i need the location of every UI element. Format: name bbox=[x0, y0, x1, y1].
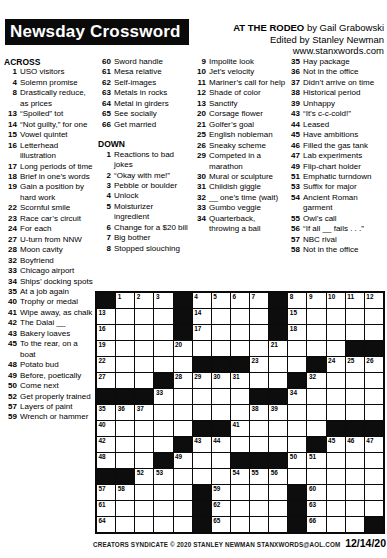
across-clue-1: 1USO visitors bbox=[4, 67, 94, 77]
cell-r1c13[interactable]: 10 bbox=[327, 293, 345, 308]
clue-number: 26 bbox=[193, 141, 209, 151]
down-clue-5: 5Moisturizer ingredient bbox=[98, 202, 190, 223]
cell-r10c1[interactable]: 42 bbox=[97, 437, 115, 452]
cell-r14c7[interactable]: 62 bbox=[212, 501, 230, 516]
cell-r12c7[interactable] bbox=[212, 469, 230, 484]
cell-r15c10[interactable] bbox=[269, 517, 287, 532]
clue-text: Come next bbox=[20, 381, 94, 391]
cell-number: 55 bbox=[252, 469, 259, 476]
down-clue-31: 31Childish giggle bbox=[193, 182, 286, 192]
cell-r9c3[interactable] bbox=[135, 421, 153, 436]
cell-r15c8[interactable] bbox=[231, 517, 249, 532]
clue-text: Change for a $20 bill bbox=[114, 223, 190, 233]
clue-text: Sword handle bbox=[114, 57, 190, 67]
cell-r14c3[interactable] bbox=[135, 501, 153, 516]
clue-text: Gain a position by hard work bbox=[20, 182, 94, 203]
cell-r14c1[interactable]: 61 bbox=[97, 501, 115, 516]
across-clue-42: 42The Dalai __ bbox=[4, 318, 94, 328]
cell-r5c2[interactable] bbox=[116, 357, 134, 372]
cell-r13c12[interactable]: 60 bbox=[307, 485, 325, 500]
cell-r4c7[interactable] bbox=[212, 341, 230, 356]
cell-r14c14[interactable] bbox=[346, 501, 364, 516]
clue-text: Mural or sculpture bbox=[209, 172, 286, 182]
across-clue-24: 24For each bbox=[4, 224, 94, 234]
cell-r6c10[interactable] bbox=[269, 373, 287, 388]
cell-r3c9[interactable] bbox=[250, 325, 268, 340]
cell-r13c2[interactable]: 58 bbox=[116, 485, 134, 500]
cell-r8c7[interactable] bbox=[212, 405, 230, 420]
clue-number: 61 bbox=[98, 67, 114, 77]
cell-r6c1[interactable]: 27 bbox=[97, 373, 115, 388]
black-cell-r9c15 bbox=[365, 421, 383, 436]
cell-r3c3[interactable] bbox=[135, 325, 153, 340]
down-clue-11: 11Mariner’s call for help bbox=[193, 78, 286, 88]
clue-number: 24 bbox=[4, 224, 20, 234]
cell-r8c4[interactable] bbox=[154, 405, 172, 420]
clue-text: Reactions to bad jokes bbox=[114, 150, 190, 171]
clue-number: 40 bbox=[4, 297, 20, 307]
cell-r8c9[interactable]: 38 bbox=[250, 405, 268, 420]
cell-r5c14[interactable]: 25 bbox=[346, 357, 364, 372]
black-cell-r5c7 bbox=[212, 357, 230, 372]
cell-r15c4[interactable] bbox=[154, 517, 172, 532]
clue-number: 34 bbox=[4, 277, 20, 287]
cell-r6c7[interactable]: 30 bbox=[212, 373, 230, 388]
cell-r12c9[interactable]: 55 bbox=[250, 469, 268, 484]
cell-r11c15[interactable] bbox=[365, 453, 383, 468]
cell-r10c11[interactable] bbox=[288, 437, 306, 452]
black-cell-r11c8 bbox=[231, 453, 249, 468]
clue-number: 42 bbox=[4, 318, 20, 328]
cell-r1c6[interactable]: 4 bbox=[193, 293, 211, 308]
cell-r7c5[interactable] bbox=[174, 389, 192, 404]
cell-r6c6[interactable]: 29 bbox=[193, 373, 211, 388]
cell-r15c2[interactable] bbox=[116, 517, 134, 532]
cell-r2c9[interactable] bbox=[250, 309, 268, 324]
cell-r5c13[interactable]: 24 bbox=[327, 357, 345, 372]
cell-r10c14[interactable]: 46 bbox=[346, 437, 364, 452]
cell-r2c12[interactable] bbox=[307, 309, 325, 324]
black-cell-r3c5 bbox=[174, 325, 192, 340]
cell-number: 5 bbox=[213, 293, 217, 300]
cell-r14c2[interactable] bbox=[116, 501, 134, 516]
clue-number: 39 bbox=[287, 99, 303, 109]
cell-r5c15[interactable]: 26 bbox=[365, 357, 383, 372]
cell-r10c7[interactable]: 44 bbox=[212, 437, 230, 452]
down-clue-29: 29Competed in a marathon bbox=[193, 151, 286, 172]
cell-r2c15[interactable] bbox=[365, 309, 383, 324]
cell-r5c4[interactable] bbox=[154, 357, 172, 372]
clue-number: 21 bbox=[193, 120, 209, 130]
cell-r10c6[interactable]: 43 bbox=[193, 437, 211, 452]
clue-text: Scornful smile bbox=[20, 203, 94, 213]
cell-r9c4[interactable] bbox=[154, 421, 172, 436]
cell-r10c9[interactable] bbox=[250, 437, 268, 452]
down-clue-56: 56“If all __ fails . . .” bbox=[287, 224, 386, 234]
cell-r12c13[interactable] bbox=[327, 469, 345, 484]
cell-r1c14[interactable]: 11 bbox=[346, 293, 364, 308]
cell-r14c15[interactable] bbox=[365, 501, 383, 516]
cell-r3c8[interactable] bbox=[231, 325, 249, 340]
cell-r4c1[interactable]: 19 bbox=[97, 341, 115, 356]
cell-r9c8[interactable]: 41 bbox=[231, 421, 249, 436]
cell-r11c5[interactable]: 49 bbox=[174, 453, 192, 468]
cell-r5c1[interactable]: 22 bbox=[97, 357, 115, 372]
cell-r12c6[interactable] bbox=[193, 469, 211, 484]
cell-r2c3[interactable] bbox=[135, 309, 153, 324]
cell-r5c5[interactable] bbox=[174, 357, 192, 372]
cell-number: 58 bbox=[118, 485, 125, 492]
cell-r1c9[interactable]: 7 bbox=[250, 293, 268, 308]
cell-r15c13[interactable] bbox=[327, 517, 345, 532]
cell-r3c15[interactable] bbox=[365, 325, 383, 340]
down-clue-34: 34Quarterback, throwing a ball bbox=[193, 214, 286, 235]
cell-r1c7[interactable]: 5 bbox=[212, 293, 230, 308]
cell-r11c13[interactable] bbox=[327, 453, 345, 468]
cell-r10c8[interactable] bbox=[231, 437, 249, 452]
cell-r11c12[interactable]: 51 bbox=[307, 453, 325, 468]
clue-text: Brief in one’s words bbox=[20, 172, 94, 182]
clue-number: 60 bbox=[98, 57, 114, 67]
cell-r12c4[interactable]: 53 bbox=[154, 469, 172, 484]
cell-r2c4[interactable] bbox=[154, 309, 172, 324]
cell-number: 23 bbox=[252, 357, 259, 364]
cell-r10c2[interactable] bbox=[116, 437, 134, 452]
cell-r13c3[interactable] bbox=[135, 485, 153, 500]
clue-text: __ one’s time (wait) bbox=[209, 193, 286, 203]
clue-number: 56 bbox=[287, 224, 303, 234]
clue-text: Corsage flower bbox=[209, 109, 286, 119]
down-clue-54: 54Ancient Roman garment bbox=[287, 193, 386, 214]
cell-r14c9[interactable] bbox=[250, 501, 268, 516]
cell-r10c3[interactable] bbox=[135, 437, 153, 452]
cell-number: 22 bbox=[99, 357, 106, 364]
cell-number: 36 bbox=[118, 405, 125, 412]
across-clue-18: 18Brief in one’s words bbox=[4, 172, 94, 182]
cell-r7c6[interactable] bbox=[193, 389, 211, 404]
clue-number: 4 bbox=[4, 78, 20, 88]
cell-r14c4[interactable] bbox=[154, 501, 172, 516]
cell-number: 6 bbox=[232, 293, 236, 300]
down-clue-55: 55Owl’s call bbox=[287, 214, 386, 224]
clue-text: Competed in a marathon bbox=[209, 151, 286, 172]
cell-r1c2[interactable]: 1 bbox=[116, 293, 134, 308]
cell-r8c3[interactable]: 37 bbox=[135, 405, 153, 420]
cell-r9c9[interactable] bbox=[250, 421, 268, 436]
down-clue-38: 38Historical period bbox=[287, 88, 386, 98]
across-clue-48: 48Potato bud bbox=[4, 360, 94, 370]
clue-text: Emphatic turndown bbox=[303, 172, 386, 182]
cell-r2c6[interactable]: 14 bbox=[193, 309, 211, 324]
page-title-text: Newsday Crossword bbox=[10, 22, 181, 41]
clue-number: 46 bbox=[287, 141, 303, 151]
cell-r1c12[interactable]: 9 bbox=[307, 293, 325, 308]
black-cell-r2c10 bbox=[269, 309, 287, 324]
cell-r3c12[interactable] bbox=[307, 325, 325, 340]
cell-r2c11[interactable]: 15 bbox=[288, 309, 306, 324]
cell-number: 60 bbox=[309, 485, 316, 492]
cell-r12c5[interactable] bbox=[174, 469, 192, 484]
down-clue-3: 3Pebble or boulder bbox=[98, 181, 190, 191]
down-clue-30: 30Mural or sculpture bbox=[193, 172, 286, 182]
clue-text: Not in the office bbox=[303, 67, 386, 77]
cell-r9c1[interactable]: 40 bbox=[97, 421, 115, 436]
cell-r8c8[interactable] bbox=[231, 405, 249, 420]
clue-number: 12 bbox=[193, 88, 209, 98]
cell-r15c12[interactable]: 66 bbox=[307, 517, 325, 532]
cell-r12c3[interactable]: 52 bbox=[135, 469, 153, 484]
cell-r5c11[interactable] bbox=[288, 357, 306, 372]
cell-r5c10[interactable] bbox=[269, 357, 287, 372]
cell-r15c1[interactable]: 64 bbox=[97, 517, 115, 532]
clue-number: 4 bbox=[98, 191, 114, 201]
clue-text: Unhappy bbox=[303, 99, 386, 109]
page-title: Newsday Crossword bbox=[5, 19, 189, 45]
cell-r12c12[interactable] bbox=[307, 469, 325, 484]
cell-r8c11[interactable] bbox=[288, 405, 306, 420]
cell-number: 33 bbox=[156, 389, 163, 396]
down-clue-12: 12Shade of color bbox=[193, 88, 286, 98]
cell-r7c11[interactable]: 34 bbox=[288, 389, 306, 404]
cell-r14c13[interactable] bbox=[327, 501, 345, 516]
cell-r1c11[interactable]: 8 bbox=[288, 293, 306, 308]
black-cell-r13c6 bbox=[193, 485, 211, 500]
cell-r15c5[interactable] bbox=[174, 517, 192, 532]
cell-r7c7[interactable] bbox=[212, 389, 230, 404]
cell-r12c15[interactable] bbox=[365, 469, 383, 484]
cell-r4c13[interactable] bbox=[327, 341, 345, 356]
black-cell-r7c3 bbox=[135, 389, 153, 404]
cell-r12c11[interactable] bbox=[288, 469, 306, 484]
clue-column-4: 35Hay package36Not in the office37Didn’t… bbox=[287, 57, 386, 256]
cell-r1c8[interactable]: 6 bbox=[231, 293, 249, 308]
cell-r4c5[interactable]: 20 bbox=[174, 341, 192, 356]
clue-number: 5 bbox=[98, 202, 114, 223]
cell-r8c1[interactable]: 35 bbox=[97, 405, 115, 420]
cell-r12c10[interactable]: 56 bbox=[269, 469, 287, 484]
clue-number: 6 bbox=[98, 223, 114, 233]
cell-r13c13[interactable] bbox=[327, 485, 345, 500]
clue-text: Didn’t arrive on time bbox=[303, 78, 386, 88]
cell-r1c15[interactable]: 12 bbox=[365, 293, 383, 308]
black-cell-r2c5 bbox=[174, 309, 192, 324]
cell-r3c7[interactable] bbox=[212, 325, 230, 340]
cell-r9c12[interactable] bbox=[307, 421, 325, 436]
cell-r4c2[interactable] bbox=[116, 341, 134, 356]
cell-r11c6[interactable] bbox=[193, 453, 211, 468]
cell-r14c12[interactable]: 63 bbox=[307, 501, 325, 516]
cell-r4c11[interactable] bbox=[288, 341, 306, 356]
cell-r13c8[interactable] bbox=[231, 485, 249, 500]
cell-r12c14[interactable] bbox=[346, 469, 364, 484]
cell-r7c12[interactable] bbox=[307, 389, 325, 404]
clue-text: “It’s c-c-cold!” bbox=[303, 109, 386, 119]
cell-r8c15[interactable] bbox=[365, 405, 383, 420]
cell-number: 7 bbox=[252, 293, 256, 300]
down-clue-44: 44Leased bbox=[287, 120, 386, 130]
cell-r11c3[interactable] bbox=[135, 453, 153, 468]
black-cell-r9c13 bbox=[327, 421, 345, 436]
cell-r6c5[interactable]: 28 bbox=[174, 373, 192, 388]
cell-r6c14[interactable] bbox=[346, 373, 364, 388]
cell-r14c8[interactable] bbox=[231, 501, 249, 516]
cell-r10c15[interactable]: 47 bbox=[365, 437, 383, 452]
clue-text: Historical period bbox=[303, 88, 386, 98]
cell-r7c4[interactable]: 33 bbox=[154, 389, 172, 404]
across-heading: ACROSS bbox=[4, 57, 94, 67]
cell-r9c10[interactable] bbox=[269, 421, 287, 436]
cell-r7c8[interactable] bbox=[231, 389, 249, 404]
cell-r13c15[interactable] bbox=[365, 485, 383, 500]
cell-number: 51 bbox=[309, 453, 316, 460]
cell-r11c7[interactable] bbox=[212, 453, 230, 468]
clue-number: 59 bbox=[4, 412, 20, 422]
cell-r11c2[interactable] bbox=[116, 453, 134, 468]
black-cell-r15c6 bbox=[193, 517, 211, 532]
cell-r14c10[interactable] bbox=[269, 501, 287, 516]
cell-r2c7[interactable] bbox=[212, 309, 230, 324]
cell-r8c6[interactable] bbox=[193, 405, 211, 420]
cell-r9c11[interactable] bbox=[288, 421, 306, 436]
clue-number: 15 bbox=[4, 130, 20, 140]
cell-r9c5[interactable] bbox=[174, 421, 192, 436]
clue-text: Boyfriend bbox=[20, 256, 94, 266]
clue-text: For each bbox=[20, 224, 94, 234]
cell-r7c14[interactable] bbox=[346, 389, 364, 404]
cell-r12c8[interactable]: 54 bbox=[231, 469, 249, 484]
cell-r3c13[interactable] bbox=[327, 325, 345, 340]
cell-r10c13[interactable]: 45 bbox=[327, 437, 345, 452]
cell-r6c13[interactable] bbox=[327, 373, 345, 388]
cell-r6c9[interactable] bbox=[250, 373, 268, 388]
cell-r2c1[interactable]: 13 bbox=[97, 309, 115, 324]
cell-number: 59 bbox=[213, 485, 220, 492]
cell-r6c3[interactable] bbox=[135, 373, 153, 388]
across-clue-60: 60Sword handle bbox=[98, 57, 190, 67]
cell-r3c11[interactable]: 18 bbox=[288, 325, 306, 340]
cell-number: 42 bbox=[99, 437, 106, 444]
cell-r8c5[interactable] bbox=[174, 405, 192, 420]
cell-r11c1[interactable]: 48 bbox=[97, 453, 115, 468]
clue-text: Vowel quintet bbox=[20, 130, 94, 140]
cell-r14c5[interactable] bbox=[174, 501, 192, 516]
cell-r1c3[interactable]: 2 bbox=[135, 293, 153, 308]
cell-r10c10[interactable] bbox=[269, 437, 287, 452]
cell-r7c13[interactable] bbox=[327, 389, 345, 404]
clue-text: Moon cavity bbox=[20, 245, 94, 255]
cell-r5c9[interactable]: 23 bbox=[250, 357, 268, 372]
cell-r1c4[interactable]: 3 bbox=[154, 293, 172, 308]
black-cell-r6c11 bbox=[288, 373, 306, 388]
clue-text: Lab experiments bbox=[303, 151, 386, 161]
cell-r3c14[interactable] bbox=[346, 325, 364, 340]
cell-r8c2[interactable]: 36 bbox=[116, 405, 134, 420]
clue-text: NBC rival bbox=[303, 235, 386, 245]
cell-r11c14[interactable] bbox=[346, 453, 364, 468]
cell-r4c9[interactable] bbox=[250, 341, 268, 356]
down-clue-51: 51Emphatic turndown bbox=[287, 172, 386, 182]
cell-r4c8[interactable] bbox=[231, 341, 249, 356]
cell-r4c10[interactable]: 21 bbox=[269, 341, 287, 356]
cell-number: 50 bbox=[290, 453, 297, 460]
cell-number: 28 bbox=[175, 373, 182, 380]
cell-r13c1[interactable]: 57 bbox=[97, 485, 115, 500]
clue-text: Shade of color bbox=[209, 88, 286, 98]
cell-r8c14[interactable] bbox=[346, 405, 364, 420]
clue-number: 8 bbox=[4, 88, 20, 109]
cell-r2c14[interactable] bbox=[346, 309, 364, 324]
cell-r6c8[interactable]: 31 bbox=[231, 373, 249, 388]
cell-r11c11[interactable]: 50 bbox=[288, 453, 306, 468]
cell-r7c15[interactable] bbox=[365, 389, 383, 404]
cell-r6c2[interactable] bbox=[116, 373, 134, 388]
cell-r13c14[interactable] bbox=[346, 485, 364, 500]
cell-r6c12[interactable]: 32 bbox=[307, 373, 325, 388]
cell-r15c7[interactable]: 65 bbox=[212, 517, 230, 532]
cell-number: 48 bbox=[99, 453, 106, 460]
cell-r13c7[interactable]: 59 bbox=[212, 485, 230, 500]
clue-number: 17 bbox=[4, 162, 20, 172]
cell-r4c4[interactable] bbox=[154, 341, 172, 356]
cell-number: 20 bbox=[175, 341, 182, 348]
clue-text: To the rear, on a boat bbox=[20, 339, 94, 360]
black-cell-r9c14 bbox=[346, 421, 364, 436]
cell-r2c2[interactable] bbox=[116, 309, 134, 324]
cell-r4c3[interactable] bbox=[135, 341, 153, 356]
cell-r13c9[interactable] bbox=[250, 485, 268, 500]
across-clue-19: 19Gain a position by hard work bbox=[4, 182, 94, 203]
across-clue-57: 57Layers of paint bbox=[4, 402, 94, 412]
cell-r13c10[interactable] bbox=[269, 485, 287, 500]
cell-number: 41 bbox=[232, 421, 239, 428]
cell-number: 53 bbox=[156, 469, 163, 476]
cell-r13c4[interactable] bbox=[154, 485, 172, 500]
clue-number: 34 bbox=[193, 214, 209, 235]
cell-r9c2[interactable] bbox=[116, 421, 134, 436]
cell-r3c1[interactable]: 16 bbox=[97, 325, 115, 340]
cell-r4c6[interactable] bbox=[193, 341, 211, 356]
clue-number: 33 bbox=[4, 266, 20, 276]
cell-r2c13[interactable] bbox=[327, 309, 345, 324]
clue-text: “If all __ fails . . .” bbox=[303, 224, 386, 234]
cell-r15c9[interactable] bbox=[250, 517, 268, 532]
cell-r5c3[interactable] bbox=[135, 357, 153, 372]
clue-text: Wipe away, as chalk bbox=[20, 308, 94, 318]
cell-r3c4[interactable] bbox=[154, 325, 172, 340]
clue-text: “Okay with me!” bbox=[114, 171, 190, 181]
cell-number: 39 bbox=[271, 405, 278, 412]
clue-text: “Not guilty,” for one bbox=[20, 120, 94, 130]
clue-text: Ships’ docking spots bbox=[20, 277, 94, 287]
puzzle-byline-row: AT THE RODEO by Gail Grabowski bbox=[233, 22, 384, 34]
cell-r15c3[interactable] bbox=[135, 517, 153, 532]
cell-r4c12[interactable] bbox=[307, 341, 325, 356]
cell-r8c13[interactable] bbox=[327, 405, 345, 420]
cell-r10c4[interactable] bbox=[154, 437, 172, 452]
cell-r15c14[interactable] bbox=[346, 517, 364, 532]
cell-r2c8[interactable] bbox=[231, 309, 249, 324]
across-clue-14: 14“Not guilty,” for one bbox=[4, 120, 94, 130]
clue-number: 38 bbox=[287, 88, 303, 98]
cell-r8c12[interactable] bbox=[307, 405, 325, 420]
cell-r8c10[interactable]: 39 bbox=[269, 405, 287, 420]
cell-r3c2[interactable] bbox=[116, 325, 134, 340]
cell-r13c5[interactable] bbox=[174, 485, 192, 500]
clue-number: 58 bbox=[287, 245, 303, 255]
cell-r6c15[interactable] bbox=[365, 373, 383, 388]
cell-r3c6[interactable]: 17 bbox=[193, 325, 211, 340]
clue-number: 63 bbox=[98, 88, 114, 98]
